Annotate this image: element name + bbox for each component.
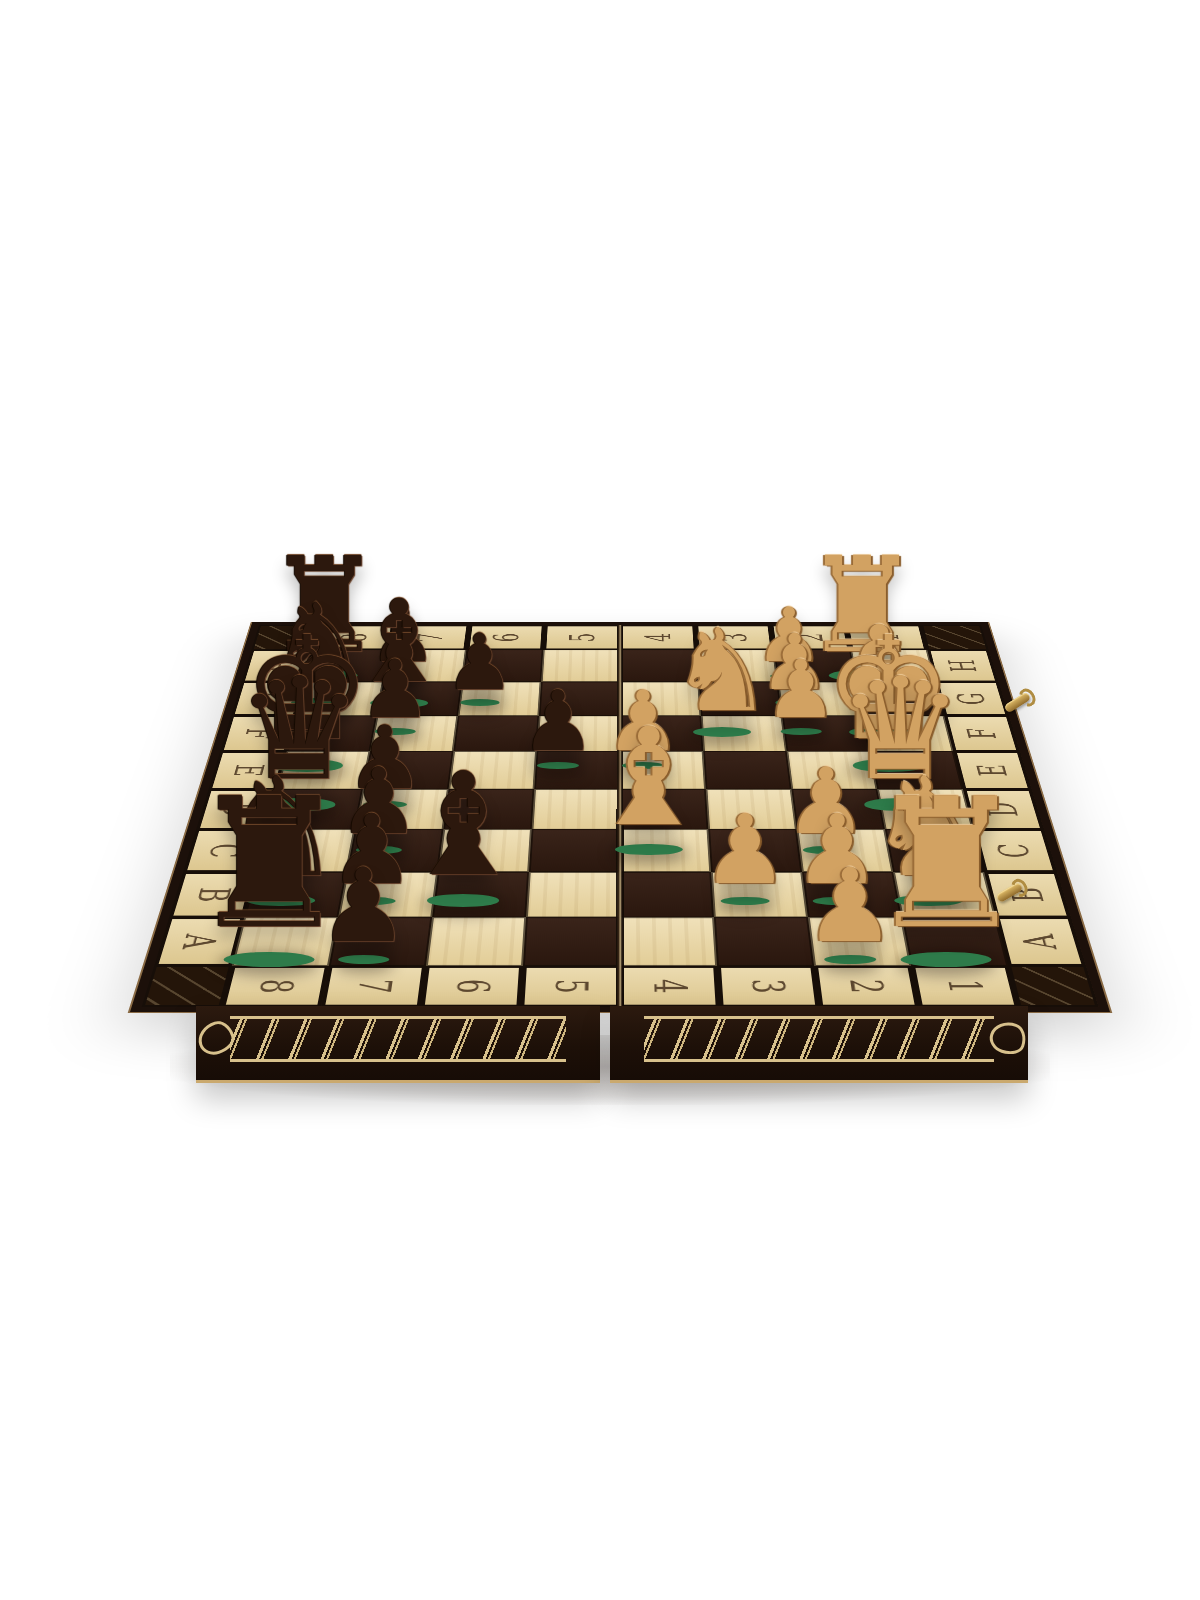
square-d5 (532, 789, 620, 829)
square-g5 (539, 682, 620, 716)
file-label-left-H: H (241, 650, 312, 682)
rank-label-near-1: 1 (911, 966, 1019, 1007)
square-f7 (370, 716, 458, 752)
chess-set-photo: 87654321HHGGFFEEDDCCBBAA87654321 ♜♟♟♜♞♝♟… (0, 0, 1200, 1600)
square-d7 (355, 789, 448, 829)
square-b2 (802, 872, 902, 917)
square-e4 (620, 751, 706, 789)
square-b1 (893, 872, 996, 917)
square-f1 (863, 716, 953, 752)
rank-label-near-4: 4 (620, 966, 720, 1007)
square-e1 (870, 751, 963, 789)
file-label-left-A: A (154, 917, 244, 965)
file-label: A (1014, 934, 1067, 949)
square-d4 (620, 789, 708, 829)
rank-label: 4 (639, 633, 678, 642)
square-d6 (443, 789, 534, 829)
square-e3 (703, 751, 791, 789)
chessboard: 87654321HHGGFFEEDDCCBBAA87654321 (130, 622, 1110, 1012)
board-hinge-seam (616, 625, 624, 1006)
square-a4 (620, 917, 717, 965)
square-d1 (877, 789, 973, 829)
file-label-left-D: D (196, 789, 277, 829)
square-b7 (338, 872, 438, 917)
square-h4 (620, 650, 699, 682)
square-a7 (329, 917, 432, 965)
rank-label-far-1: 1 (846, 625, 928, 650)
file-label-left-G: G (231, 682, 304, 716)
square-g8 (296, 682, 384, 716)
file-label: B (187, 887, 238, 902)
square-a5 (523, 917, 620, 965)
rank-label: 4 (644, 979, 695, 993)
square-e2 (787, 751, 878, 789)
rank-label-far-6: 6 (466, 625, 544, 650)
file-label-right-E: E (953, 751, 1031, 789)
square-b5 (526, 872, 620, 917)
file-label: F (959, 728, 1004, 739)
file-label: D (979, 802, 1027, 816)
square-c8 (256, 829, 355, 872)
square-g4 (620, 682, 701, 716)
square-d8 (267, 789, 363, 829)
file-label-right-C: C (973, 829, 1057, 872)
square-b4 (620, 872, 714, 917)
square-g3 (699, 682, 782, 716)
file-label: E (225, 764, 272, 776)
square-g2 (778, 682, 863, 716)
square-f4 (620, 716, 703, 752)
square-h5 (541, 650, 620, 682)
rank-label-near-7: 7 (321, 966, 426, 1007)
file-label: C (200, 843, 250, 857)
carved-rope-pattern (230, 1016, 566, 1062)
square-g6 (458, 682, 541, 716)
file-label-right-A: A (996, 917, 1086, 965)
frame-corner (142, 966, 232, 1007)
rank-label: 5 (562, 633, 601, 642)
square-f3 (701, 716, 787, 752)
square-h1 (850, 650, 935, 682)
rank-label-far-3: 3 (695, 625, 773, 650)
square-c1 (885, 829, 984, 872)
square-c7 (347, 829, 443, 872)
square-b3 (711, 872, 808, 917)
square-h8 (305, 650, 390, 682)
square-a2 (808, 917, 911, 965)
file-label-left-C: C (183, 829, 267, 872)
square-b6 (432, 872, 529, 917)
file-label-left-E: E (208, 751, 286, 789)
rank-label: 3 (714, 633, 754, 642)
rank-label: 3 (742, 979, 794, 993)
rank-label-far-8: 8 (313, 625, 395, 650)
square-e7 (363, 751, 454, 789)
square-h2 (774, 650, 857, 682)
square-c3 (708, 829, 802, 872)
rank-label-far-2: 2 (770, 625, 850, 650)
rank-label-far-7: 7 (390, 625, 470, 650)
square-f5 (537, 716, 620, 752)
file-label: C (990, 843, 1040, 857)
rank-label-near-3: 3 (717, 966, 819, 1007)
square-a1 (902, 917, 1008, 965)
rank-label-near-8: 8 (221, 966, 329, 1007)
file-label-right-F: F (944, 716, 1020, 752)
rank-label-near-5: 5 (520, 966, 620, 1007)
square-h3 (697, 650, 778, 682)
square-c4 (620, 829, 711, 872)
rank-label: 7 (410, 633, 450, 642)
file-label-right-D: D (963, 789, 1044, 829)
file-label: H (256, 659, 299, 671)
square-a6 (426, 917, 526, 965)
rank-label-far-5: 5 (543, 625, 620, 650)
rank-label: 8 (334, 633, 375, 642)
square-g7 (377, 682, 462, 716)
square-e5 (534, 751, 620, 789)
square-f2 (782, 716, 870, 752)
rank-label: 1 (938, 979, 991, 993)
file-label: H (941, 659, 984, 671)
file-label: D (213, 802, 261, 816)
square-h6 (462, 650, 543, 682)
rank-label-near-2: 2 (814, 966, 919, 1007)
file-label-left-F: F (220, 716, 296, 752)
square-a8 (232, 917, 338, 965)
file-label-right-G: G (935, 682, 1008, 716)
square-c2 (797, 829, 893, 872)
frame-corner (1008, 966, 1098, 1007)
file-label-left-B: B (169, 872, 256, 917)
square-a3 (714, 917, 814, 965)
rank-label-near-6: 6 (421, 966, 523, 1007)
square-d2 (791, 789, 884, 829)
square-h7 (383, 650, 466, 682)
square-b8 (244, 872, 347, 917)
rank-label: 7 (348, 979, 400, 993)
square-f6 (453, 716, 539, 752)
square-c6 (438, 829, 532, 872)
carved-rope-pattern (644, 1016, 994, 1062)
file-label-right-H: H (927, 650, 998, 682)
rank-label: 6 (486, 633, 526, 642)
square-d3 (706, 789, 797, 829)
rank-label: 2 (790, 633, 830, 642)
rank-label: 5 (545, 979, 596, 993)
frame-corner (251, 625, 319, 650)
square-e8 (277, 751, 370, 789)
square-g1 (857, 682, 945, 716)
file-label: E (969, 764, 1016, 776)
file-label: F (236, 728, 281, 739)
rank-label-far-4: 4 (620, 625, 697, 650)
rank-label: 6 (447, 979, 499, 993)
rank-label: 2 (840, 979, 892, 993)
board-side-panel-right (610, 1006, 1028, 1083)
file-label: G (950, 693, 994, 705)
file-label: G (246, 693, 290, 705)
file-label: A (173, 934, 226, 949)
rank-label: 8 (249, 979, 302, 993)
rank-label: 1 (866, 633, 907, 642)
square-f8 (287, 716, 377, 752)
frame-corner (921, 625, 989, 650)
board-side-panel-left (196, 1006, 600, 1083)
square-e6 (449, 751, 537, 789)
square-c5 (529, 829, 620, 872)
